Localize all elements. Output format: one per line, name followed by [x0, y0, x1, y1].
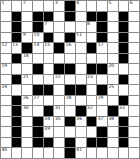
black-cell: [87, 64, 97, 74]
clue-number: 38: [108, 117, 114, 122]
black-cell: [12, 138, 22, 148]
white-cell[interactable]: [65, 54, 75, 64]
clue-number: 34: [44, 117, 50, 122]
white-cell[interactable]: [97, 1, 107, 11]
white-cell[interactable]: [1, 127, 11, 137]
black-cell: [12, 96, 22, 106]
black-cell: [97, 22, 107, 32]
white-cell[interactable]: [1, 33, 11, 43]
clue-number: 25: [108, 85, 114, 90]
white-cell[interactable]: [76, 75, 86, 85]
white-cell[interactable]: [76, 96, 86, 106]
white-cell[interactable]: [129, 96, 139, 106]
black-cell: [87, 117, 97, 127]
white-cell[interactable]: [22, 127, 32, 137]
black-cell: [119, 54, 129, 64]
black-cell: [12, 12, 22, 22]
black-cell: [119, 22, 129, 32]
white-cell[interactable]: [12, 148, 22, 158]
white-cell[interactable]: [119, 85, 129, 95]
white-cell[interactable]: [108, 43, 118, 53]
clue-number: 16: [66, 43, 72, 48]
clue-number: 33: [119, 106, 125, 111]
white-cell[interactable]: [108, 33, 118, 43]
white-cell[interactable]: 36: [76, 117, 86, 127]
black-cell: [76, 106, 86, 116]
clue-number: 10: [34, 33, 40, 38]
white-cell[interactable]: [87, 85, 97, 95]
white-cell[interactable]: [54, 54, 64, 64]
white-cell[interactable]: [65, 75, 75, 85]
black-cell: [108, 106, 118, 116]
white-cell[interactable]: [108, 127, 118, 137]
white-cell[interactable]: [33, 106, 43, 116]
white-cell[interactable]: [129, 138, 139, 148]
white-cell[interactable]: [54, 22, 64, 32]
white-cell[interactable]: [108, 148, 118, 158]
white-cell[interactable]: [44, 54, 54, 64]
white-cell[interactable]: [108, 22, 118, 32]
black-cell: [12, 117, 22, 127]
white-cell[interactable]: 19: [1, 64, 11, 74]
white-cell[interactable]: 8: [87, 22, 97, 32]
white-cell[interactable]: [44, 96, 54, 106]
white-cell[interactable]: [1, 22, 11, 32]
white-cell[interactable]: [129, 12, 139, 22]
white-cell[interactable]: [108, 96, 118, 106]
white-cell[interactable]: 15: [44, 43, 54, 53]
black-cell: [12, 127, 22, 137]
black-cell: [33, 138, 43, 148]
white-cell[interactable]: 39: [44, 127, 54, 137]
clue-number: 8: [87, 22, 90, 27]
clue-number: 26: [23, 96, 29, 101]
clue-number: 30: [23, 106, 29, 111]
clue-number: 29: [98, 96, 104, 101]
black-cell: [54, 43, 64, 53]
clue-number: 9: [23, 33, 26, 38]
black-cell: [119, 117, 129, 127]
white-cell[interactable]: [97, 54, 107, 64]
white-cell[interactable]: [76, 127, 86, 137]
clue-number: 18: [23, 54, 29, 59]
black-cell: [44, 138, 54, 148]
white-cell[interactable]: 28: [65, 96, 75, 106]
white-cell[interactable]: [76, 12, 86, 22]
white-cell[interactable]: 24: [1, 85, 11, 95]
white-cell[interactable]: [65, 22, 75, 32]
white-cell[interactable]: 7: [44, 22, 54, 32]
white-cell[interactable]: [12, 64, 22, 74]
black-cell: [44, 85, 54, 95]
black-cell: [54, 64, 64, 74]
white-cell[interactable]: 29: [97, 96, 107, 106]
white-cell[interactable]: [129, 33, 139, 43]
white-cell[interactable]: [22, 12, 32, 22]
white-cell[interactable]: [1, 54, 11, 64]
white-cell[interactable]: 17: [97, 43, 107, 53]
black-cell: [119, 127, 129, 137]
white-cell[interactable]: 16: [65, 43, 75, 53]
clue-number: 19: [2, 64, 8, 69]
white-cell[interactable]: 38: [108, 117, 118, 127]
white-cell[interactable]: 40: [1, 148, 11, 158]
white-cell[interactable]: [65, 106, 75, 116]
clue-number: 12: [2, 43, 8, 48]
white-cell[interactable]: [33, 148, 43, 158]
white-cell[interactable]: 1: [1, 1, 11, 11]
clue-number: 37: [98, 117, 104, 122]
white-cell[interactable]: [129, 106, 139, 116]
black-cell: [33, 117, 43, 127]
white-cell[interactable]: 6: [129, 1, 139, 11]
white-cell[interactable]: [44, 148, 54, 158]
white-cell[interactable]: 5: [108, 1, 118, 11]
white-cell[interactable]: [54, 127, 64, 137]
clue-number: 36: [76, 117, 82, 122]
white-cell[interactable]: 35: [54, 117, 64, 127]
white-cell[interactable]: [44, 1, 54, 11]
white-cell[interactable]: [119, 1, 129, 11]
white-cell[interactable]: 26: [22, 96, 32, 106]
black-cell: [97, 138, 107, 148]
clue-number: 20: [108, 64, 114, 69]
white-cell[interactable]: [119, 148, 129, 158]
black-cell: [12, 22, 22, 32]
white-cell[interactable]: [129, 85, 139, 95]
clue-number: 17: [98, 43, 104, 48]
clue-number: 35: [55, 117, 61, 122]
white-cell[interactable]: 9: [22, 33, 32, 43]
clue-number: 21: [23, 75, 29, 80]
clue-number: 4: [76, 1, 79, 6]
white-cell[interactable]: [108, 54, 118, 64]
white-cell[interactable]: [87, 96, 97, 106]
black-cell: [119, 96, 129, 106]
clue-number: 24: [2, 85, 8, 90]
white-cell[interactable]: [1, 138, 11, 148]
clue-number: 28: [66, 96, 72, 101]
clue-number: 31: [55, 106, 61, 111]
white-cell[interactable]: [129, 117, 139, 127]
white-cell[interactable]: [97, 148, 107, 158]
black-cell: [22, 43, 32, 53]
clue-number: 3: [55, 1, 58, 6]
clue-number: 11: [76, 33, 82, 38]
white-cell[interactable]: 27: [33, 96, 43, 106]
clue-number: 40: [2, 148, 8, 153]
white-cell[interactable]: [108, 138, 118, 148]
black-cell: [97, 85, 107, 95]
white-cell[interactable]: [129, 75, 139, 85]
black-cell: [33, 85, 43, 95]
white-cell[interactable]: 12: [1, 43, 11, 53]
white-cell[interactable]: [129, 54, 139, 64]
clue-number: 23: [87, 75, 93, 80]
white-cell[interactable]: 31: [54, 106, 64, 116]
white-cell[interactable]: 10: [33, 33, 43, 43]
white-cell[interactable]: [54, 85, 64, 95]
white-cell[interactable]: 32: [87, 106, 97, 116]
black-cell: [119, 43, 129, 53]
clue-number: 6: [130, 1, 133, 6]
white-cell[interactable]: 13: [12, 43, 22, 53]
white-cell[interactable]: 22: [54, 75, 64, 85]
white-cell[interactable]: 41: [76, 148, 86, 158]
white-cell[interactable]: [22, 64, 32, 74]
white-cell[interactable]: [1, 75, 11, 85]
clue-number: 5: [108, 1, 111, 6]
black-cell: [119, 33, 129, 43]
clue-number: 15: [44, 43, 50, 48]
black-cell: [65, 64, 75, 74]
clue-number: 41: [76, 148, 82, 153]
white-cell[interactable]: [33, 54, 43, 64]
white-cell[interactable]: [33, 75, 43, 85]
white-cell[interactable]: [54, 96, 64, 106]
black-cell: [87, 12, 97, 22]
white-cell[interactable]: [12, 85, 22, 95]
black-cell: [12, 106, 22, 116]
white-cell[interactable]: [97, 75, 107, 85]
white-cell[interactable]: 18: [22, 54, 32, 64]
clue-number: 27: [34, 96, 40, 101]
white-cell[interactable]: 23: [87, 75, 97, 85]
black-cell: [97, 127, 107, 137]
white-cell[interactable]: 33: [119, 106, 129, 116]
black-cell: [65, 138, 75, 148]
white-cell[interactable]: [22, 138, 32, 148]
black-cell: [33, 22, 43, 32]
white-cell[interactable]: 4: [76, 1, 86, 11]
white-cell[interactable]: [33, 1, 43, 11]
white-cell[interactable]: [129, 127, 139, 137]
black-cell: [119, 138, 129, 148]
black-cell: [65, 33, 75, 43]
clue-number: 13: [12, 43, 18, 48]
white-cell[interactable]: 2: [22, 1, 32, 11]
white-cell[interactable]: [87, 33, 97, 43]
white-cell[interactable]: [87, 54, 97, 64]
white-cell[interactable]: [54, 33, 64, 43]
black-cell: [33, 127, 43, 137]
white-cell[interactable]: [22, 85, 32, 95]
white-cell[interactable]: 14: [33, 43, 43, 53]
white-cell[interactable]: 3: [54, 1, 64, 11]
white-cell[interactable]: 30: [22, 106, 32, 116]
white-cell[interactable]: [44, 64, 54, 74]
white-cell[interactable]: [76, 43, 86, 53]
white-cell[interactable]: [87, 127, 97, 137]
white-cell[interactable]: [44, 75, 54, 85]
black-cell: [12, 33, 22, 43]
white-cell[interactable]: [1, 12, 11, 22]
clue-number: 7: [44, 22, 47, 27]
white-cell[interactable]: 34: [44, 117, 54, 127]
white-cell[interactable]: [87, 148, 97, 158]
white-cell[interactable]: 25: [108, 85, 118, 95]
white-cell[interactable]: [129, 64, 139, 74]
white-cell[interactable]: 20: [108, 64, 118, 74]
black-cell: [44, 106, 54, 116]
black-cell: [119, 75, 129, 85]
white-cell[interactable]: [87, 1, 97, 11]
white-cell[interactable]: [108, 75, 118, 85]
black-cell: [33, 12, 43, 22]
white-cell[interactable]: 21: [22, 75, 32, 85]
black-cell: [44, 33, 54, 43]
clue-number: 1: [2, 1, 5, 6]
white-cell[interactable]: [12, 1, 22, 11]
white-cell[interactable]: [54, 138, 64, 148]
black-cell: [119, 12, 129, 22]
white-cell[interactable]: [76, 54, 86, 64]
white-cell[interactable]: [119, 64, 129, 74]
clue-number: 22: [55, 75, 61, 80]
white-cell[interactable]: 11: [76, 33, 86, 43]
black-cell: [33, 64, 43, 74]
white-cell[interactable]: [1, 96, 11, 106]
crossword-grid: 1234567891011121314151617181920212223242…: [0, 0, 140, 159]
black-cell: [12, 75, 22, 85]
black-cell: [76, 85, 86, 95]
black-cell: [65, 85, 75, 95]
white-cell[interactable]: [54, 148, 64, 158]
white-cell[interactable]: [22, 117, 32, 127]
white-cell[interactable]: [1, 106, 11, 116]
clue-number: 39: [44, 127, 50, 132]
white-cell[interactable]: [76, 22, 86, 32]
white-cell[interactable]: [22, 148, 32, 158]
white-cell[interactable]: [76, 138, 86, 148]
white-cell[interactable]: [1, 117, 11, 127]
black-cell: [97, 12, 107, 22]
clue-number: 2: [23, 1, 26, 6]
black-cell: [87, 138, 97, 148]
white-cell[interactable]: [108, 12, 118, 22]
white-cell[interactable]: [129, 22, 139, 32]
black-cell: [97, 33, 107, 43]
clue-number: 32: [87, 106, 93, 111]
white-cell[interactable]: [129, 43, 139, 53]
black-cell: [65, 1, 75, 11]
white-cell[interactable]: 37: [97, 117, 107, 127]
black-cell: [87, 43, 97, 53]
white-cell[interactable]: [129, 148, 139, 158]
white-cell[interactable]: [54, 12, 64, 22]
black-cell: [65, 117, 75, 127]
white-cell[interactable]: [22, 22, 32, 32]
white-cell[interactable]: [65, 127, 75, 137]
white-cell[interactable]: [97, 106, 107, 116]
clue-number: 14: [34, 43, 40, 48]
black-cell: [65, 12, 75, 22]
black-cell: [12, 54, 22, 64]
white-cell[interactable]: [76, 64, 86, 74]
black-cell: [44, 12, 54, 22]
black-cell: [97, 64, 107, 74]
black-cell: [65, 148, 75, 158]
